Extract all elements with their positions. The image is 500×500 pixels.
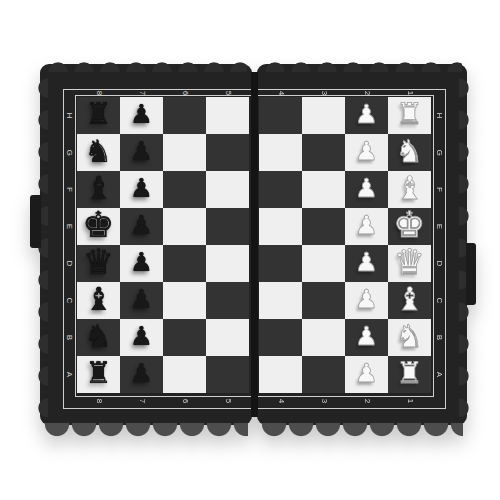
square-d8[interactable]: ♛ xyxy=(77,245,120,282)
piece-white-pawn: ♟ xyxy=(355,247,378,277)
square-h1[interactable]: ♜ xyxy=(388,97,431,134)
square-a4[interactable] xyxy=(259,356,302,393)
square-h6[interactable] xyxy=(163,97,206,134)
piece-white-pawn: ♟ xyxy=(355,136,378,166)
square-h7[interactable]: ♟ xyxy=(120,97,163,134)
square-f5[interactable] xyxy=(206,171,249,208)
square-h3[interactable] xyxy=(302,97,345,134)
square-e3[interactable] xyxy=(302,208,345,245)
file-labels-left: HGFEDCBA xyxy=(63,97,75,393)
square-a6[interactable] xyxy=(163,356,206,393)
square-e8[interactable]: ♚ xyxy=(77,208,120,245)
board-grid-left: ♜♟♞♟♝♟♚♟♛♟♝♟♞♟♜♟ xyxy=(77,97,249,393)
board-grid-right: ♟♜♟♞♟♝♟♚♟♛♟♝♟♞♟♜ xyxy=(259,97,431,393)
square-f8[interactable]: ♝ xyxy=(77,171,120,208)
square-a1[interactable]: ♜ xyxy=(388,356,431,393)
square-c3[interactable] xyxy=(302,282,345,319)
piece-white-bishop: ♝ xyxy=(395,169,424,207)
piece-black-pawn: ♟ xyxy=(130,136,153,166)
square-f7[interactable]: ♟ xyxy=(120,171,163,208)
piece-black-pawn: ♟ xyxy=(130,358,153,388)
piece-black-bishop: ♝ xyxy=(84,280,113,318)
scalloped-edge-top xyxy=(262,58,462,72)
square-g4[interactable] xyxy=(259,134,302,171)
folding-chess-case: HGFEDCBA 8765 8765 ♜♟♞♟♝♟♚♟♛♟♝♟♞♟♜♟ HGFE… xyxy=(40,64,467,425)
board-half-left-black-side: HGFEDCBA 8765 8765 ♜♟♞♟♝♟♚♟♛♟♝♟♞♟♜♟ xyxy=(40,64,252,425)
square-c7[interactable]: ♟ xyxy=(120,282,163,319)
square-c4[interactable] xyxy=(259,282,302,319)
piece-white-pawn: ♟ xyxy=(355,210,378,240)
square-c5[interactable] xyxy=(206,282,249,319)
board-half-right-white-side: HGFEDCBA 4321 4321 ♟♜♟♞♟♝♟♚♟♛♟♝♟♞♟♜ xyxy=(257,64,467,425)
square-c8[interactable]: ♝ xyxy=(77,282,120,319)
rank-labels-bottom-right-half: 4321 xyxy=(259,397,431,405)
piece-black-pawn: ♟ xyxy=(130,284,153,314)
square-g2[interactable]: ♟ xyxy=(345,134,388,171)
piece-black-knight: ♞ xyxy=(85,318,113,354)
square-d4[interactable] xyxy=(259,245,302,282)
square-e7[interactable]: ♟ xyxy=(120,208,163,245)
piece-white-king: ♚ xyxy=(393,204,425,245)
square-f4[interactable] xyxy=(259,171,302,208)
square-e6[interactable] xyxy=(163,208,206,245)
scalloped-edge-bottom xyxy=(261,423,463,445)
rank-labels-bottom-left-half: 8765 xyxy=(77,397,249,405)
piece-white-knight: ♞ xyxy=(396,318,424,354)
square-e4[interactable] xyxy=(259,208,302,245)
square-d6[interactable] xyxy=(163,245,206,282)
piece-white-rook: ♜ xyxy=(396,96,423,131)
piece-black-queen: ♛ xyxy=(83,242,114,282)
piece-white-pawn: ♟ xyxy=(355,99,378,129)
piece-white-pawn: ♟ xyxy=(355,284,378,314)
square-b5[interactable] xyxy=(206,319,249,356)
square-c2[interactable]: ♟ xyxy=(345,282,388,319)
square-f2[interactable]: ♟ xyxy=(345,171,388,208)
square-d3[interactable] xyxy=(302,245,345,282)
square-b3[interactable] xyxy=(302,319,345,356)
square-b1[interactable]: ♞ xyxy=(388,319,431,356)
square-a5[interactable] xyxy=(206,356,249,393)
square-g6[interactable] xyxy=(163,134,206,171)
piece-black-king: ♚ xyxy=(82,204,114,245)
square-b7[interactable]: ♟ xyxy=(120,319,163,356)
square-f3[interactable] xyxy=(302,171,345,208)
piece-white-pawn: ♟ xyxy=(355,321,378,351)
piece-white-pawn: ♟ xyxy=(355,358,378,388)
square-f1[interactable]: ♝ xyxy=(388,171,431,208)
piece-black-rook: ♜ xyxy=(85,355,112,390)
square-d2[interactable]: ♟ xyxy=(345,245,388,282)
square-g7[interactable]: ♟ xyxy=(120,134,163,171)
piece-white-rook: ♜ xyxy=(396,355,423,390)
square-c1[interactable]: ♝ xyxy=(388,282,431,319)
piece-black-bishop: ♝ xyxy=(84,169,113,207)
case-latch-left xyxy=(30,195,41,248)
case-latch-right xyxy=(466,243,476,305)
scalloped-edge-top xyxy=(45,58,247,72)
piece-black-pawn: ♟ xyxy=(130,173,153,203)
square-f6[interactable] xyxy=(163,171,206,208)
piece-black-pawn: ♟ xyxy=(130,247,153,277)
square-b4[interactable] xyxy=(259,319,302,356)
square-g1[interactable]: ♞ xyxy=(388,134,431,171)
square-a2[interactable]: ♟ xyxy=(345,356,388,393)
piece-white-knight: ♞ xyxy=(396,133,424,169)
file-labels-right: HGFEDCBA xyxy=(433,97,445,393)
square-a3[interactable] xyxy=(302,356,345,393)
square-a8[interactable]: ♜ xyxy=(77,356,120,393)
square-h5[interactable] xyxy=(206,97,249,134)
piece-white-queen: ♛ xyxy=(394,242,425,282)
square-b2[interactable]: ♟ xyxy=(345,319,388,356)
square-g3[interactable] xyxy=(302,134,345,171)
piece-white-bishop: ♝ xyxy=(395,280,424,318)
piece-black-pawn: ♟ xyxy=(130,99,153,129)
square-e2[interactable]: ♟ xyxy=(345,208,388,245)
piece-white-pawn: ♟ xyxy=(355,173,378,203)
square-e1[interactable]: ♚ xyxy=(388,208,431,245)
fold-hinge-seam xyxy=(251,72,258,417)
square-h2[interactable]: ♟ xyxy=(345,97,388,134)
scalloped-edge-bottom xyxy=(44,423,248,445)
square-h8[interactable]: ♜ xyxy=(77,97,120,134)
square-a7[interactable]: ♟ xyxy=(120,356,163,393)
square-h4[interactable] xyxy=(259,97,302,134)
piece-black-knight: ♞ xyxy=(85,133,113,169)
piece-black-pawn: ♟ xyxy=(130,321,153,351)
square-b8[interactable]: ♞ xyxy=(77,319,120,356)
piece-black-pawn: ♟ xyxy=(130,210,153,240)
square-g5[interactable] xyxy=(206,134,249,171)
page-background: { "game": "chess", "position": "rnbqkbnr… xyxy=(0,0,500,500)
square-g8[interactable]: ♞ xyxy=(77,134,120,171)
square-d1[interactable]: ♛ xyxy=(388,245,431,282)
square-e5[interactable] xyxy=(206,208,249,245)
square-c6[interactable] xyxy=(163,282,206,319)
square-b6[interactable] xyxy=(163,319,206,356)
piece-black-rook: ♜ xyxy=(85,96,112,131)
square-d5[interactable] xyxy=(206,245,249,282)
square-d7[interactable]: ♟ xyxy=(120,245,163,282)
